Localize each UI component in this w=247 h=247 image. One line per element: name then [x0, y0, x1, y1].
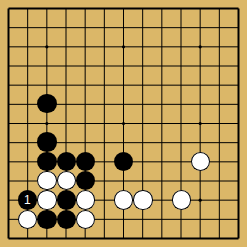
- white-stone: [133, 190, 152, 209]
- stones-layer: 1: [0, 0, 247, 247]
- white-stone: [191, 152, 210, 171]
- black-stone: [76, 152, 95, 171]
- black-stone: [57, 190, 76, 209]
- black-stone: [37, 210, 56, 229]
- white-stone: [76, 210, 95, 229]
- white-stone: [37, 171, 56, 190]
- white-stone: [114, 190, 133, 209]
- white-stone: [172, 190, 191, 209]
- white-stone: [76, 190, 95, 209]
- black-stone: [57, 210, 76, 229]
- black-stone: [114, 152, 133, 171]
- white-stone: [57, 171, 76, 190]
- black-stone-move-1: 1: [18, 190, 37, 209]
- white-stone: [18, 210, 37, 229]
- black-stone: [37, 132, 56, 151]
- black-stone: [76, 171, 95, 190]
- black-stone: [37, 94, 56, 113]
- black-stone: [37, 152, 56, 171]
- go-board[interactable]: 1: [0, 0, 247, 247]
- black-stone: [57, 152, 76, 171]
- white-stone: [37, 190, 56, 209]
- move-number-label: 1: [24, 194, 31, 206]
